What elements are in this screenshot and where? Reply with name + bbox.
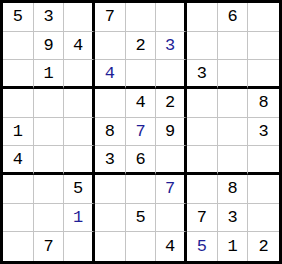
cell-r7c2[interactable] (34, 175, 65, 204)
cell-r3c7[interactable]: 3 (187, 60, 218, 89)
cell-r2c1[interactable] (3, 32, 34, 61)
cell-r1c1[interactable]: 5 (3, 3, 34, 32)
cell-r6c6[interactable] (156, 146, 187, 175)
cell-r9c3[interactable] (64, 232, 95, 261)
cell-r6c5[interactable]: 6 (126, 146, 157, 175)
cell-r8c1[interactable] (3, 204, 34, 233)
cell-r7c1[interactable] (3, 175, 34, 204)
cell-r3c1[interactable] (3, 60, 34, 89)
cell-r2c4[interactable] (95, 32, 126, 61)
cell-r5c7[interactable] (187, 118, 218, 147)
cell-r5c4[interactable]: 8 (95, 118, 126, 147)
cell-r5c2[interactable] (34, 118, 65, 147)
cell-r8c5[interactable]: 5 (126, 204, 157, 233)
cell-r3c5[interactable] (126, 60, 157, 89)
cell-r5c8[interactable] (218, 118, 249, 147)
cell-r8c9[interactable] (248, 204, 279, 233)
cell-r9c7[interactable]: 5 (187, 232, 218, 261)
cell-r9c5[interactable] (126, 232, 157, 261)
cell-r6c9[interactable] (248, 146, 279, 175)
cell-r5c6[interactable]: 9 (156, 118, 187, 147)
cell-r1c5[interactable] (126, 3, 157, 32)
cell-r6c1[interactable]: 4 (3, 146, 34, 175)
cell-r2c5[interactable]: 2 (126, 32, 157, 61)
cell-r6c4[interactable]: 3 (95, 146, 126, 175)
cell-r9c9[interactable]: 2 (248, 232, 279, 261)
cell-r1c4[interactable]: 7 (95, 3, 126, 32)
cell-r9c8[interactable]: 1 (218, 232, 249, 261)
cell-r6c7[interactable] (187, 146, 218, 175)
cell-r8c6[interactable] (156, 204, 187, 233)
cell-r8c7[interactable]: 7 (187, 204, 218, 233)
cell-r8c8[interactable]: 3 (218, 204, 249, 233)
cell-r2c7[interactable] (187, 32, 218, 61)
cell-r1c3[interactable] (64, 3, 95, 32)
cell-r2c2[interactable]: 9 (34, 32, 65, 61)
cell-r4c4[interactable] (95, 89, 126, 118)
cell-r7c7[interactable] (187, 175, 218, 204)
cell-r4c7[interactable] (187, 89, 218, 118)
sudoku-board: 5376942314342818793436578157374512 (0, 0, 282, 264)
cell-r4c9[interactable]: 8 (248, 89, 279, 118)
cell-r2c9[interactable] (248, 32, 279, 61)
cell-r7c5[interactable] (126, 175, 157, 204)
cell-r9c4[interactable] (95, 232, 126, 261)
cell-r9c2[interactable]: 7 (34, 232, 65, 261)
cell-r8c2[interactable] (34, 204, 65, 233)
cell-r7c3[interactable]: 5 (64, 175, 95, 204)
cell-r7c8[interactable]: 8 (218, 175, 249, 204)
cell-r1c9[interactable] (248, 3, 279, 32)
cell-r4c8[interactable] (218, 89, 249, 118)
cell-r5c1[interactable]: 1 (3, 118, 34, 147)
cell-r4c6[interactable]: 2 (156, 89, 187, 118)
cell-r2c6[interactable]: 3 (156, 32, 187, 61)
cell-r3c2[interactable]: 1 (34, 60, 65, 89)
cell-r2c3[interactable]: 4 (64, 32, 95, 61)
cell-r9c6[interactable]: 4 (156, 232, 187, 261)
cell-r9c1[interactable] (3, 232, 34, 261)
cell-r8c4[interactable] (95, 204, 126, 233)
cell-r1c8[interactable]: 6 (218, 3, 249, 32)
cell-r5c5[interactable]: 7 (126, 118, 157, 147)
cell-r3c8[interactable] (218, 60, 249, 89)
cell-r3c6[interactable] (156, 60, 187, 89)
cell-r6c3[interactable] (64, 146, 95, 175)
cell-r6c2[interactable] (34, 146, 65, 175)
cell-r3c4[interactable]: 4 (95, 60, 126, 89)
cell-r2c8[interactable] (218, 32, 249, 61)
cell-r4c5[interactable]: 4 (126, 89, 157, 118)
cell-r1c6[interactable] (156, 3, 187, 32)
cell-r4c2[interactable] (34, 89, 65, 118)
cell-r7c4[interactable] (95, 175, 126, 204)
cell-r3c3[interactable] (64, 60, 95, 89)
cell-r1c7[interactable] (187, 3, 218, 32)
cell-r1c2[interactable]: 3 (34, 3, 65, 32)
cell-r8c3[interactable]: 1 (64, 204, 95, 233)
cell-r5c9[interactable]: 3 (248, 118, 279, 147)
cell-r7c6[interactable]: 7 (156, 175, 187, 204)
cell-r7c9[interactable] (248, 175, 279, 204)
cell-r6c8[interactable] (218, 146, 249, 175)
cell-r5c3[interactable] (64, 118, 95, 147)
cell-r3c9[interactable] (248, 60, 279, 89)
cell-r4c1[interactable] (3, 89, 34, 118)
cell-r4c3[interactable] (64, 89, 95, 118)
